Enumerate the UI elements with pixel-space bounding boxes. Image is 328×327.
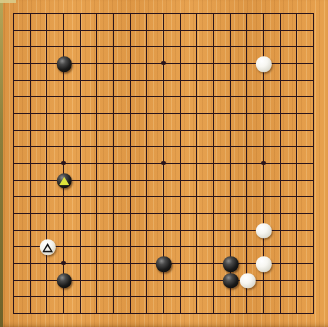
white-stone-C5[interactable]	[40, 239, 56, 255]
intersection-C5[interactable]	[38, 238, 55, 255]
black-stone-O4[interactable]	[223, 256, 239, 272]
star-point	[55, 155, 72, 172]
star-point	[155, 55, 172, 72]
white-stone-Q4[interactable]	[256, 256, 272, 272]
intersection-P3[interactable]	[238, 271, 255, 288]
black-stone-D9[interactable]	[56, 173, 72, 189]
white-stone-P3[interactable]	[240, 273, 256, 289]
star-point-dot	[161, 61, 165, 65]
star-point	[155, 155, 172, 172]
go-board-screenshot	[0, 0, 328, 327]
star-point-dot	[61, 161, 65, 165]
star-point	[255, 155, 272, 172]
black-stone-D3[interactable]	[56, 273, 72, 289]
intersection-D16[interactable]	[55, 55, 72, 72]
board-grid[interactable]	[5, 5, 322, 322]
intersection-Q16[interactable]	[255, 55, 272, 72]
intersection-D3[interactable]	[55, 271, 72, 288]
black-stone-D16[interactable]	[56, 56, 72, 72]
white-stone-Q16[interactable]	[256, 56, 272, 72]
intersection-O3[interactable]	[222, 271, 239, 288]
star-point	[55, 255, 72, 272]
star-point-dot	[161, 161, 165, 165]
white-stone-Q6[interactable]	[256, 223, 272, 239]
corner-highlight	[0, 0, 16, 3]
board-left-edge	[0, 0, 3, 327]
intersection-Q4[interactable]	[255, 255, 272, 272]
triangle-mark-icon	[59, 177, 70, 186]
intersection-O4[interactable]	[222, 255, 239, 272]
star-point-dot	[61, 261, 65, 265]
intersection-K4[interactable]	[155, 255, 172, 272]
black-stone-O3[interactable]	[223, 273, 239, 289]
triangle-mark-icon	[42, 243, 53, 253]
intersection-D9[interactable]	[55, 171, 72, 188]
black-stone-K4[interactable]	[156, 256, 172, 272]
star-point-dot	[261, 161, 265, 165]
intersection-Q6[interactable]	[255, 221, 272, 238]
